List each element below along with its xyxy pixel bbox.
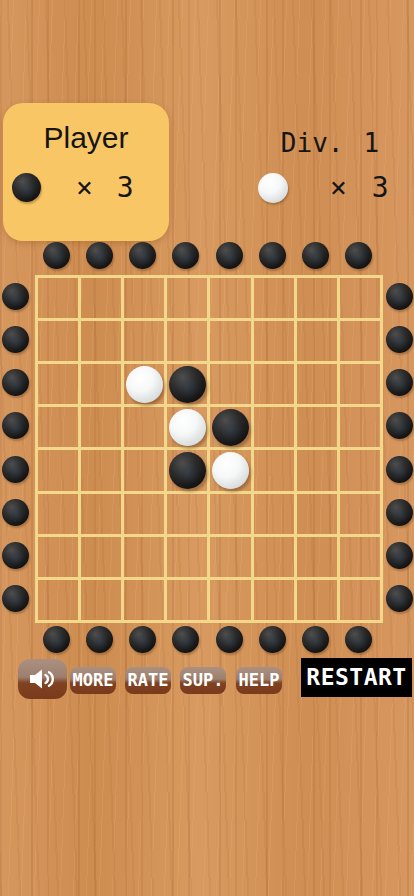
white-stone: ○	[212, 452, 249, 489]
sound-button[interactable]	[18, 659, 67, 699]
black-stone: ●	[2, 326, 29, 353]
rate-button[interactable]: RATE	[125, 667, 171, 694]
black-stone: ●	[386, 499, 413, 526]
player-card: Player × 3	[3, 103, 169, 241]
more-button[interactable]: MORE	[70, 667, 116, 694]
black-stone: ●	[386, 585, 413, 612]
black-stone: ●	[345, 242, 372, 269]
black-stone: ●	[169, 366, 206, 403]
black-stone: ●	[216, 626, 243, 653]
black-stone: ●	[386, 326, 413, 353]
black-stone: ●	[129, 626, 156, 653]
support-button[interactable]: SUP.	[180, 667, 226, 694]
black-stone: ●	[345, 626, 372, 653]
restart-button[interactable]: RESTART	[301, 658, 412, 697]
white-stone: ○	[126, 366, 163, 403]
division-label: Div.	[281, 128, 344, 158]
opponent-score-row: × 3	[250, 171, 410, 204]
speaker-on-icon	[28, 667, 58, 691]
black-stone: ●	[172, 242, 199, 269]
black-stone: ●	[259, 242, 286, 269]
black-stone: ●	[302, 242, 329, 269]
black-stone: ●	[386, 412, 413, 439]
black-stone: ●	[2, 456, 29, 483]
black-stone: ●	[43, 242, 70, 269]
black-stone: ●	[386, 369, 413, 396]
times-symbol: ×	[76, 171, 93, 204]
player-score-row: × 3	[3, 171, 169, 204]
black-stone: ●	[259, 626, 286, 653]
black-stone: ●	[86, 626, 113, 653]
white-stone: ○	[169, 409, 206, 446]
black-stone	[12, 173, 41, 202]
black-stone: ●	[216, 242, 243, 269]
black-stone: ●	[386, 456, 413, 483]
black-stone: ●	[43, 626, 70, 653]
division-value: 1	[363, 128, 379, 158]
black-stone: ●	[386, 283, 413, 310]
black-stone: ●	[2, 283, 29, 310]
help-button[interactable]: HELP	[236, 667, 282, 694]
black-stone: ●	[2, 499, 29, 526]
player-name: Player	[3, 121, 169, 155]
player-stone-count: 3	[117, 171, 134, 204]
opponent-division: Div. 1	[250, 128, 410, 158]
black-stone: ●	[302, 626, 329, 653]
black-stone: ●	[212, 409, 249, 446]
black-stone: ●	[129, 242, 156, 269]
black-stone: ●	[2, 369, 29, 396]
times-symbol: ×	[330, 171, 347, 204]
app-screen: Player × 3 Div. 1 × 3 ●●●●●●●●●●●●●●●●●●…	[0, 0, 414, 896]
game-board[interactable]: ○●○●●○	[35, 275, 383, 623]
black-stone: ●	[172, 626, 199, 653]
black-stone: ●	[386, 542, 413, 569]
black-stone: ●	[86, 242, 113, 269]
black-stone: ●	[2, 412, 29, 439]
opponent-panel: Div. 1 × 3	[250, 128, 410, 204]
black-stone: ●	[2, 542, 29, 569]
black-stone: ●	[169, 452, 206, 489]
black-stone: ●	[2, 585, 29, 612]
opponent-stone-count: 3	[372, 171, 389, 204]
white-stone	[258, 173, 288, 203]
